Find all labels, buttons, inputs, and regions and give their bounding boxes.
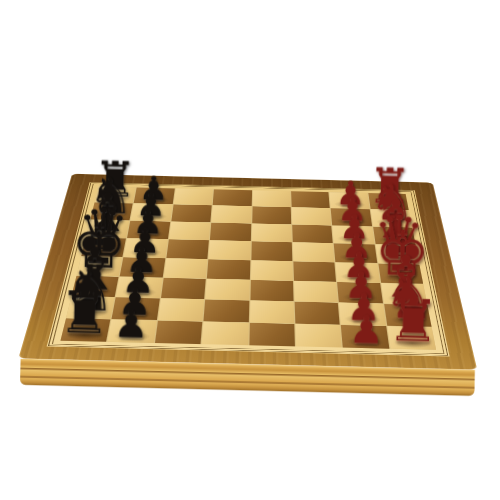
square-r1c5 [292, 208, 332, 226]
black-pawn: ♟ [113, 305, 149, 342]
square-r6c3 [204, 300, 249, 322]
red-rook: ♜ [387, 295, 440, 349]
perspective-scene: ♜♟♟♜♞♟♟♞♝♟♟♝♛♟♟♛♚♟♟♚♝♟♟♝♞♟♟♞♜♟♟♜ [0, 0, 500, 500]
square-r5c2 [161, 278, 206, 299]
square-r7c0: ♜ [60, 318, 110, 342]
square-r7c4 [249, 323, 295, 347]
board-maple-border-inlay: ♜♟♟♜♞♟♟♞♝♟♟♝♛♟♟♛♚♟♟♚♝♟♟♝♞♟♟♞♜♟♟♜ [47, 182, 450, 356]
black-rook: ♜ [58, 287, 111, 341]
board-squares: ♜♟♟♜♞♟♟♞♝♟♟♝♛♟♟♛♚♟♟♚♝♟♟♝♞♟♟♞♜♟♟♜ [60, 187, 436, 350]
chess-set-photo: ♜♟♟♜♞♟♟♞♝♟♟♝♛♟♟♛♚♟♟♚♝♟♟♝♞♟♟♞♜♟♟♜ [0, 0, 500, 500]
square-r5c5 [294, 281, 338, 302]
square-r3c2 [166, 239, 209, 258]
square-r4c4 [250, 260, 292, 280]
square-r2c3 [210, 223, 251, 241]
square-r7c2 [155, 320, 203, 344]
square-r6c4 [249, 301, 294, 323]
square-r7c5 [295, 324, 342, 348]
chess-board: ♜♟♟♜♞♟♟♞♝♟♟♝♛♟♟♛♚♟♟♚♝♟♟♝♞♟♟♞♜♟♟♜ [18, 174, 477, 370]
square-r0c4 [252, 190, 290, 207]
square-r2c2 [169, 222, 211, 240]
square-r5c3 [205, 279, 249, 300]
square-r5c4 [250, 280, 294, 301]
square-r4c2 [164, 258, 208, 278]
red-pawn: ♟ [348, 311, 384, 348]
square-r4c5 [293, 261, 336, 281]
square-r2c5 [292, 225, 333, 243]
camera-tilt-wrapper: ♜♟♟♜♞♟♟♞♝♟♟♝♛♟♟♛♚♟♟♚♝♟♟♝♞♟♟♞♜♟♟♜ [0, 0, 500, 500]
square-r0c2 [173, 188, 213, 205]
square-r0c5 [291, 191, 330, 208]
square-r2c4 [251, 224, 291, 242]
square-r7c1: ♟ [108, 319, 157, 343]
square-r1c4 [252, 207, 291, 225]
square-r6c5 [295, 302, 340, 325]
square-r1c2 [171, 205, 212, 223]
square-r7c3 [202, 322, 249, 346]
square-r3c4 [251, 241, 292, 260]
square-r6c2 [158, 299, 204, 321]
board-walnut-frame: ♜♟♟♜♞♟♟♞♝♟♟♝♛♟♟♛♚♟♟♚♝♟♟♝♞♟♟♞♜♟♟♜ [18, 174, 477, 370]
square-r1c3 [211, 206, 251, 224]
square-r3c5 [293, 242, 335, 261]
square-r0c3 [213, 189, 252, 206]
square-r3c3 [209, 240, 251, 259]
square-r7c6: ♟ [341, 325, 389, 349]
square-r7c7: ♜ [387, 326, 436, 350]
square-r4c3 [207, 259, 250, 279]
